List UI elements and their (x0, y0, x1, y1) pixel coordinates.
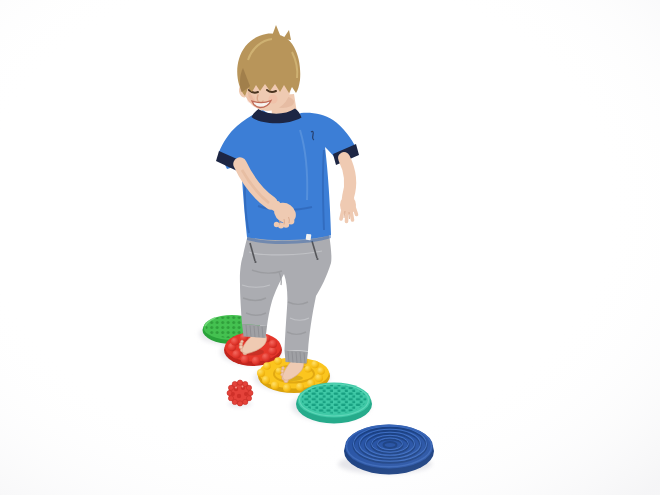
vignette-overlay (0, 0, 660, 495)
scene-photo (0, 0, 660, 495)
photo-stage (0, 0, 660, 495)
